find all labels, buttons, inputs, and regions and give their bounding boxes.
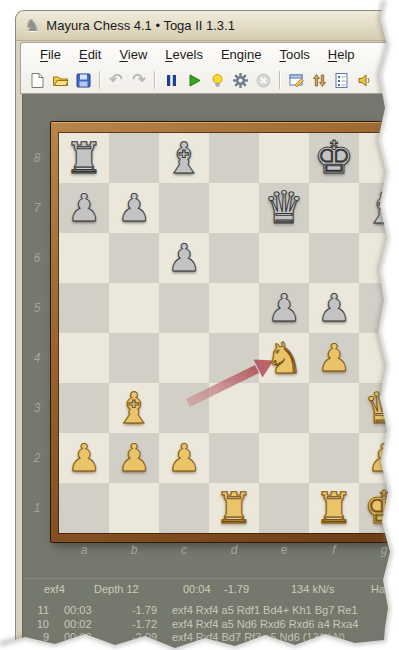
square-a6[interactable] [59,233,109,283]
line-moves: exf4 Rxf4 a5 Nd6 Rxd6 Rxd6 a4 Rxa4 [172,618,359,630]
file-label-c: c [170,542,198,558]
window-title: Mayura Chess 4.1 • Toga II 1.3.1 [46,18,235,33]
rank-label-7: 7 [23,200,51,216]
square-b4[interactable] [109,333,159,383]
black-bishop-g7[interactable]: ♝ [359,183,399,233]
white-rook-f1[interactable]: ♜ [309,483,359,533]
line-time: 00:02 [64,631,92,643]
stop-button [253,70,274,91]
title-bar[interactable]: ♞ Mayura Chess 4.1 • Toga II 1.3.1 [16,11,399,41]
panel-separator [24,578,399,579]
rank-label-8: 8 [23,150,51,166]
screenshot-page: ♞ Mayura Chess 4.1 • Toga II 1.3.1 FileE… [0,0,399,650]
engine-status-bar: exf4 Depth 12 00:04 -1.79 134 kN/s Has [23,583,399,597]
line-time: 00:03 [64,604,92,616]
square-b5[interactable] [109,283,159,333]
notation-icon [333,72,350,89]
black-pawn-a7[interactable]: ♟ [59,183,109,233]
line-moves: exf4 Rxf4 a5 Rdf1 Bd4+ Kh1 Bg7 Re1 [172,604,358,616]
play-icon [186,72,203,89]
file-label-a: a [70,542,98,558]
square-a4[interactable] [59,333,109,383]
square-b6[interactable] [109,233,159,283]
new-button[interactable] [27,70,48,91]
play-button[interactable] [184,70,205,91]
square-d4[interactable] [209,333,259,383]
square-d3[interactable] [209,383,259,433]
menu-engine[interactable]: Engine [212,45,271,64]
square-e8[interactable] [259,133,309,183]
flip-board-icon [311,72,328,89]
black-pawn-c6[interactable]: ♟ [159,233,209,283]
rank-label-3: 3 [23,400,51,416]
square-f6[interactable] [309,233,359,283]
white-pawn-a2[interactable]: ♟ [59,433,109,483]
pause-icon [163,72,180,89]
resize-board-icon [379,72,396,89]
square-g6[interactable] [359,233,399,283]
black-pawn-f5[interactable]: ♟ [309,283,359,333]
sound-icon [356,72,373,89]
app-knight-icon: ♞ [25,18,39,34]
black-pawn-b7[interactable]: ♟ [109,183,159,233]
white-bishop-b3[interactable]: ♝ [109,383,159,433]
square-f7[interactable] [309,183,359,233]
board-area: ♜♝♚♟♟♛♝♟♟♟♞♟♝♛♟♟♟♟♜♜♚ 87654321 abcdefgh … [22,94,399,650]
menu-edit[interactable]: Edit [70,45,110,64]
notation-button[interactable] [332,70,353,91]
square-c1[interactable] [159,483,209,533]
status-time: 00:04 [183,583,211,595]
square-e6[interactable] [259,233,309,283]
toolbar-separator [154,71,156,89]
square-d5[interactable] [209,283,259,333]
redo-button: ↷ [129,70,150,91]
open-button[interactable] [50,70,71,91]
toolbar-separator [279,71,281,89]
square-b1[interactable] [109,483,159,533]
square-g5[interactable] [359,283,399,333]
status-score: -1.79 [224,583,249,595]
hint-button[interactable] [207,70,228,91]
properties-icon [288,72,305,89]
square-g4[interactable] [359,333,399,383]
save-icon [75,72,92,89]
line-depth: 11 [23,604,49,616]
file-label-f: f [320,542,348,558]
white-rook-d1[interactable]: ♜ [209,483,259,533]
save-button[interactable] [73,70,94,91]
toolbar: ↶↷ [21,66,399,94]
square-d6[interactable] [209,233,259,283]
square-b8[interactable] [109,133,159,183]
white-king-g1[interactable]: ♚ [359,483,399,533]
rank-label-6: 6 [23,250,51,266]
rank-label-4: 4 [23,350,51,366]
square-d2[interactable] [209,433,259,483]
menu-help[interactable]: Help [319,45,364,64]
settings-icon [232,72,249,89]
open-icon [52,72,69,89]
black-pawn-e5[interactable]: ♟ [259,283,309,333]
line-score: -2.09 [103,631,157,643]
rank-label-5: 5 [23,300,51,316]
white-queen-g3[interactable]: ♛ [359,383,399,433]
square-e2[interactable] [259,433,309,483]
black-king-f8[interactable]: ♚ [309,133,359,183]
square-e3[interactable] [259,383,309,433]
line-depth: 9 [23,631,49,643]
rank-label-2: 2 [23,450,51,466]
engine-line: 900:02-2.09exf4 Rxf4 Bd7 Rf3 a5 Nd6 (131… [23,631,399,644]
file-label-g: g [370,542,398,558]
engine-line: 1000:02-1.72exf4 Rxf4 a5 Nd6 Rxd6 Rxd6 a… [23,618,399,631]
square-c5[interactable] [159,283,209,333]
flip-board-button[interactable] [309,70,330,91]
menu-view[interactable]: View [110,45,156,64]
black-bishop-c8[interactable]: ♝ [159,133,209,183]
file-label-e: e [270,542,298,558]
menu-toolbar-panel: FileEditViewLevelsEngineToolsHelp ↶↷ [20,42,399,94]
line-depth: 10 [23,618,49,630]
white-pawn-b2[interactable]: ♟ [109,433,159,483]
square-e1[interactable] [259,483,309,533]
square-c7[interactable] [159,183,209,233]
line-time: 00:02 [64,618,92,630]
white-knight-e4[interactable]: ♞ [259,333,309,383]
menu-tools[interactable]: Tools [270,45,318,64]
resize-board-button[interactable] [377,70,398,91]
engine-line: 1100:03-1.79exf4 Rxf4 a5 Rdf1 Bd4+ Kh1 B… [23,604,399,617]
line-score: -1.79 [103,604,157,616]
file-label-b: b [120,542,148,558]
menu-file[interactable]: File [31,45,70,64]
status-best-move: exf4 [44,583,65,595]
pause-button[interactable] [161,70,182,91]
square-g8[interactable] [359,133,399,183]
white-pawn-g2[interactable]: ♟ [359,433,399,483]
white-pawn-f4[interactable]: ♟ [309,333,359,383]
white-pawn-c2[interactable]: ♟ [159,433,209,483]
status-speed: 134 kN/s [291,583,334,595]
new-icon [29,72,46,89]
status-depth: Depth 12 [94,583,139,595]
properties-button[interactable] [286,70,307,91]
line-score: -1.72 [103,618,157,630]
hint-icon [209,72,226,89]
black-rook-a8[interactable]: ♜ [59,133,109,183]
menu-levels[interactable]: Levels [156,45,212,64]
app-window: ♞ Mayura Chess 4.1 • Toga II 1.3.1 FileE… [15,10,399,650]
square-a3[interactable] [59,383,109,433]
toolbar-separator [99,71,101,89]
sound-button[interactable] [354,70,375,91]
square-d7[interactable] [209,183,259,233]
square-d8[interactable] [209,133,259,183]
settings-button[interactable] [230,70,251,91]
chess-board: ♜♝♚♟♟♛♝♟♟♟♞♟♝♛♟♟♟♟♜♜♚ [59,133,399,533]
stop-icon [255,72,272,89]
file-label-d: d [220,542,248,558]
square-a1[interactable] [59,483,109,533]
menu-bar: FileEditViewLevelsEngineToolsHelp [21,43,399,66]
black-queen-e7[interactable]: ♛ [259,183,309,233]
undo-icon: ↶ [109,72,122,88]
line-moves: exf4 Rxf4 Bd7 Rf3 a5 Nd6 (131 kN) [172,631,345,643]
square-c3[interactable] [159,383,209,433]
undo-button: ↶ [106,70,127,91]
rank-label-1: 1 [23,500,51,516]
square-f3[interactable] [309,383,359,433]
redo-icon: ↷ [132,72,145,88]
status-hash: Has [371,583,391,595]
square-c4[interactable] [159,333,209,383]
square-a5[interactable] [59,283,109,333]
square-f2[interactable] [309,433,359,483]
